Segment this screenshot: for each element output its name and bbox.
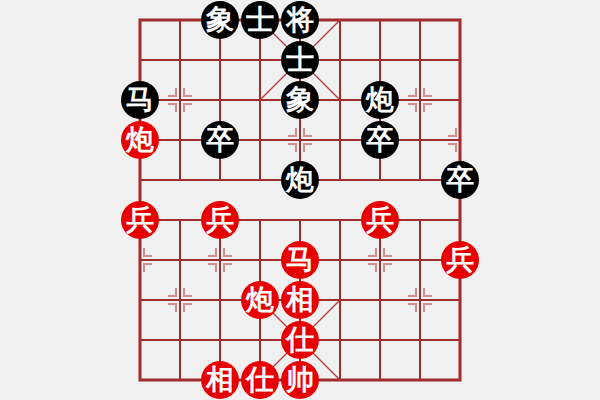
piece-black-general[interactable]: 将 <box>281 1 319 39</box>
piece-red-advisor[interactable]: 仕 <box>241 361 279 399</box>
piece-red-horse[interactable]: 马 <box>281 241 319 279</box>
piece-red-cannon[interactable]: 炮 <box>121 121 159 159</box>
pieces-layer: 象士将士马象炮炮卒卒炮卒兵兵兵马兵炮相仕相仕帅 <box>120 0 480 400</box>
piece-red-advisor[interactable]: 仕 <box>281 321 319 359</box>
piece-black-soldier[interactable]: 卒 <box>201 121 239 159</box>
piece-red-general[interactable]: 帅 <box>281 361 319 399</box>
piece-red-soldier[interactable]: 兵 <box>201 201 239 239</box>
piece-black-horse[interactable]: 马 <box>121 81 159 119</box>
xiangqi-board[interactable]: 象士将士马象炮炮卒卒炮卒兵兵兵马兵炮相仕相仕帅 <box>0 0 600 400</box>
piece-red-soldier[interactable]: 兵 <box>361 201 399 239</box>
piece-black-soldier[interactable]: 卒 <box>441 161 479 199</box>
piece-red-soldier[interactable]: 兵 <box>121 201 159 239</box>
piece-black-advisor[interactable]: 士 <box>241 1 279 39</box>
piece-black-soldier[interactable]: 卒 <box>361 121 399 159</box>
piece-red-soldier[interactable]: 兵 <box>441 241 479 279</box>
piece-black-cannon[interactable]: 炮 <box>281 161 319 199</box>
piece-black-advisor[interactable]: 士 <box>281 41 319 79</box>
xiangqi-app: 象士将士马象炮炮卒卒炮卒兵兵兵马兵炮相仕相仕帅 <box>0 0 600 400</box>
piece-black-cannon[interactable]: 炮 <box>361 81 399 119</box>
piece-red-elephant[interactable]: 相 <box>201 361 239 399</box>
piece-red-elephant[interactable]: 相 <box>281 281 319 319</box>
piece-black-elephant[interactable]: 象 <box>201 1 239 39</box>
piece-red-cannon[interactable]: 炮 <box>241 281 279 319</box>
piece-black-elephant[interactable]: 象 <box>281 81 319 119</box>
